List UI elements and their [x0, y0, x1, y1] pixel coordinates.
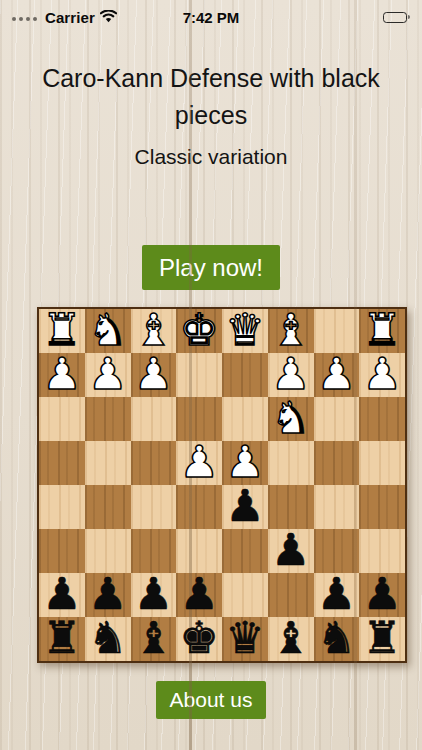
square-f3[interactable] — [131, 397, 177, 441]
white-pawn-piece: ♟ — [271, 353, 310, 396]
square-a6[interactable] — [359, 529, 405, 573]
square-e5[interactable] — [176, 485, 222, 529]
square-e7[interactable]: ♟ — [176, 573, 222, 617]
square-a3[interactable] — [359, 397, 405, 441]
square-e3[interactable] — [176, 397, 222, 441]
square-b5[interactable] — [314, 485, 360, 529]
square-h5[interactable] — [39, 485, 85, 529]
white-pawn-piece: ♟ — [134, 353, 173, 396]
square-e8[interactable]: ♚ — [176, 617, 222, 661]
square-b6[interactable] — [314, 529, 360, 573]
white-pawn-piece: ♟ — [42, 353, 81, 396]
square-e4[interactable]: ♟ — [176, 441, 222, 485]
square-b4[interactable] — [314, 441, 360, 485]
square-g6[interactable] — [85, 529, 131, 573]
square-c2[interactable]: ♟ — [268, 353, 314, 397]
black-pawn-piece: ♟ — [88, 573, 127, 616]
square-g1[interactable]: ♞ — [85, 309, 131, 353]
square-a8[interactable]: ♜ — [359, 617, 405, 661]
square-a1[interactable]: ♜ — [359, 309, 405, 353]
square-f5[interactable] — [131, 485, 177, 529]
play-now-button[interactable]: Play now! — [142, 245, 280, 290]
black-pawn-piece: ♟ — [225, 485, 264, 528]
square-d6[interactable] — [222, 529, 268, 573]
white-knight-piece: ♞ — [271, 397, 310, 440]
square-h7[interactable]: ♟ — [39, 573, 85, 617]
square-c7[interactable] — [268, 573, 314, 617]
square-h6[interactable] — [39, 529, 85, 573]
square-e2[interactable] — [176, 353, 222, 397]
white-pawn-piece: ♟ — [317, 353, 356, 396]
black-pawn-piece: ♟ — [362, 573, 401, 616]
white-queen-piece: ♛ — [225, 309, 264, 352]
black-knight-piece: ♞ — [317, 617, 356, 660]
battery-icon — [383, 12, 407, 23]
square-g4[interactable] — [85, 441, 131, 485]
page-subtitle: Classic variation — [0, 145, 422, 169]
square-b8[interactable]: ♞ — [314, 617, 360, 661]
square-h4[interactable] — [39, 441, 85, 485]
square-b1[interactable] — [314, 309, 360, 353]
white-bishop-piece: ♝ — [134, 309, 173, 352]
square-d5[interactable]: ♟ — [222, 485, 268, 529]
battery-nub — [408, 15, 410, 19]
square-e6[interactable] — [176, 529, 222, 573]
white-bishop-piece: ♝ — [271, 309, 310, 352]
black-pawn-piece: ♟ — [42, 573, 81, 616]
square-a4[interactable] — [359, 441, 405, 485]
square-h1[interactable]: ♜ — [39, 309, 85, 353]
white-pawn-piece: ♟ — [179, 441, 218, 484]
square-d7[interactable] — [222, 573, 268, 617]
square-g2[interactable]: ♟ — [85, 353, 131, 397]
black-pawn-piece: ♟ — [271, 529, 310, 572]
square-e1[interactable]: ♚ — [176, 309, 222, 353]
square-f7[interactable]: ♟ — [131, 573, 177, 617]
black-bishop-piece: ♝ — [134, 617, 173, 660]
square-d8[interactable]: ♛ — [222, 617, 268, 661]
square-f4[interactable] — [131, 441, 177, 485]
chess-board[interactable]: ♜♞♝♚♛♝♜♟♟♟♟♟♟♞♟♟♟♟♟♟♟♟♟♟♜♞♝♚♛♝♞♜ — [37, 307, 407, 663]
white-pawn-piece: ♟ — [225, 441, 264, 484]
clock: 7:42 PM — [0, 9, 422, 26]
square-g8[interactable]: ♞ — [85, 617, 131, 661]
square-g3[interactable] — [85, 397, 131, 441]
black-rook-piece: ♜ — [362, 617, 401, 660]
square-b7[interactable]: ♟ — [314, 573, 360, 617]
about-us-button[interactable]: About us — [156, 681, 267, 719]
square-a2[interactable]: ♟ — [359, 353, 405, 397]
square-c3[interactable]: ♞ — [268, 397, 314, 441]
square-d4[interactable]: ♟ — [222, 441, 268, 485]
black-pawn-piece: ♟ — [179, 573, 218, 616]
square-f8[interactable]: ♝ — [131, 617, 177, 661]
white-pawn-piece: ♟ — [88, 353, 127, 396]
white-rook-piece: ♜ — [362, 309, 401, 352]
status-bar-right — [383, 12, 410, 23]
square-b3[interactable] — [314, 397, 360, 441]
black-rook-piece: ♜ — [42, 617, 81, 660]
square-a5[interactable] — [359, 485, 405, 529]
square-c1[interactable]: ♝ — [268, 309, 314, 353]
white-knight-piece: ♞ — [88, 309, 127, 352]
square-d1[interactable]: ♛ — [222, 309, 268, 353]
black-king-piece: ♚ — [179, 617, 218, 660]
black-pawn-piece: ♟ — [134, 573, 173, 616]
white-pawn-piece: ♟ — [362, 353, 401, 396]
black-pawn-piece: ♟ — [317, 573, 356, 616]
square-g5[interactable] — [85, 485, 131, 529]
square-b2[interactable]: ♟ — [314, 353, 360, 397]
square-h3[interactable] — [39, 397, 85, 441]
black-queen-piece: ♛ — [225, 617, 264, 660]
square-h2[interactable]: ♟ — [39, 353, 85, 397]
black-knight-piece: ♞ — [88, 617, 127, 660]
white-king-piece: ♚ — [179, 309, 218, 352]
phone-screen: Carrier 7:42 PM Caro-Kann Defense with b… — [0, 0, 422, 750]
white-rook-piece: ♜ — [42, 309, 81, 352]
square-f1[interactable]: ♝ — [131, 309, 177, 353]
black-bishop-piece: ♝ — [271, 617, 310, 660]
square-f6[interactable] — [131, 529, 177, 573]
square-h8[interactable]: ♜ — [39, 617, 85, 661]
status-bar: Carrier 7:42 PM — [0, 0, 422, 30]
square-g7[interactable]: ♟ — [85, 573, 131, 617]
square-f2[interactable]: ♟ — [131, 353, 177, 397]
page-title: Caro-Kann Defense with black pieces — [35, 60, 387, 134]
square-c4[interactable] — [268, 441, 314, 485]
square-a7[interactable]: ♟ — [359, 573, 405, 617]
square-c8[interactable]: ♝ — [268, 617, 314, 661]
square-c6[interactable]: ♟ — [268, 529, 314, 573]
square-c5[interactable] — [268, 485, 314, 529]
square-d3[interactable] — [222, 397, 268, 441]
square-d2[interactable] — [222, 353, 268, 397]
